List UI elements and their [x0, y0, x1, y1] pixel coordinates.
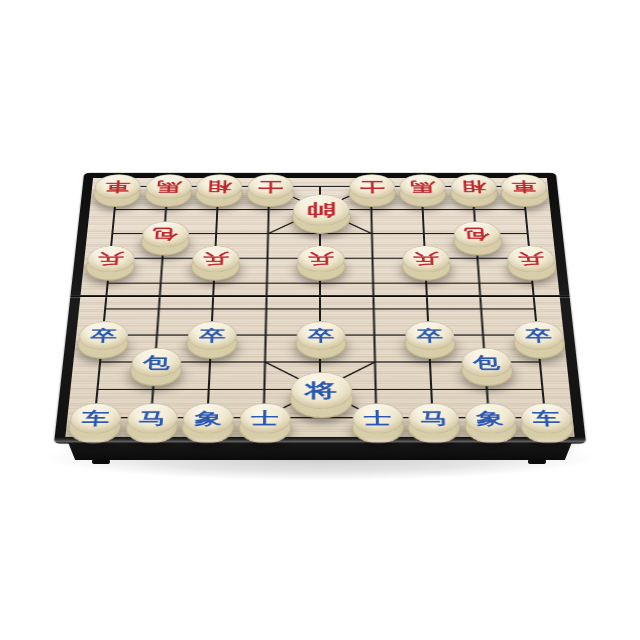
piece-blue-advisor-2[interactable]: 士: [352, 403, 403, 434]
piece-blue-soldier-1[interactable]: 卒: [78, 322, 129, 350]
piece-red-soldier-1[interactable]: 兵: [86, 246, 136, 273]
piece-glyph: 包: [142, 355, 170, 371]
piece-glyph: 士: [258, 180, 283, 193]
piece-glyph: 将: [305, 381, 337, 400]
piece-blue-cannon-2[interactable]: 包: [460, 348, 511, 377]
piece-glyph: 卒: [90, 328, 118, 343]
piece-glyph: 士: [359, 180, 384, 193]
piece-glyph: 兵: [518, 252, 545, 266]
piece-glyph: 卒: [525, 328, 553, 343]
piece-red-horse-1[interactable]: 馬: [145, 174, 192, 199]
piece-red-cannon-1[interactable]: 包: [141, 221, 189, 247]
piece-red-chariot-2[interactable]: 車: [500, 174, 548, 199]
piece-glyph: 象: [194, 410, 222, 427]
piece-red-soldier-5[interactable]: 兵: [506, 246, 556, 273]
piece-glyph: 包: [152, 227, 178, 241]
piece-glyph: 兵: [308, 252, 334, 266]
piece-glyph: 马: [138, 410, 167, 427]
fold-seam: [70, 295, 569, 297]
piece-glyph: 士: [251, 410, 279, 427]
piece-blue-advisor-1[interactable]: 士: [239, 403, 290, 434]
piece-glyph: 士: [364, 410, 392, 427]
piece-red-general-1[interactable]: 帥: [292, 195, 349, 226]
piece-glyph: 車: [105, 180, 131, 193]
piece-glyph: 卒: [308, 328, 335, 343]
piece-red-advisor-2[interactable]: 士: [349, 174, 395, 199]
piece-red-elephant-1[interactable]: 相: [196, 174, 243, 199]
piece-red-soldier-3[interactable]: 兵: [297, 246, 344, 273]
piece-red-elephant-2[interactable]: 相: [450, 174, 497, 199]
piece-glyph: 包: [464, 227, 490, 241]
piece-blue-elephant-1[interactable]: 象: [182, 403, 234, 434]
piece-glyph: 车: [81, 410, 110, 427]
piece-red-advisor-1[interactable]: 士: [247, 174, 293, 199]
piece-glyph: 相: [207, 180, 232, 193]
wood-surface: 車馬相士士馬相車帥包包兵兵兵兵兵卒卒卒卒卒包包将车马象士士马象车: [65, 178, 574, 437]
pieces-layer: 車馬相士士馬相車帥包包兵兵兵兵兵卒卒卒卒卒包包将车马象士士马象车: [65, 178, 574, 437]
piece-glyph: 卒: [199, 328, 226, 343]
product-photo: 車馬相士士馬相車帥包包兵兵兵兵兵卒卒卒卒卒包包将车马象士士马象车: [0, 0, 640, 640]
piece-glyph: 兵: [413, 252, 439, 266]
scene: 車馬相士士馬相車帥包包兵兵兵兵兵卒卒卒卒卒包包将车马象士士马象车: [70, 65, 570, 535]
piece-blue-soldier-2[interactable]: 卒: [187, 322, 237, 350]
piece-blue-elephant-2[interactable]: 象: [464, 403, 517, 434]
piece-glyph: 包: [472, 355, 500, 371]
piece-glyph: 馬: [156, 180, 182, 193]
piece-blue-soldier-3[interactable]: 卒: [296, 322, 345, 350]
piece-glyph: 马: [420, 410, 448, 427]
piece-glyph: 兵: [203, 252, 229, 266]
piece-glyph: 象: [476, 410, 505, 427]
piece-glyph: 車: [511, 180, 537, 193]
piece-red-chariot-1[interactable]: 車: [94, 174, 142, 199]
piece-blue-soldier-5[interactable]: 卒: [513, 322, 564, 350]
piece-blue-horse-1[interactable]: 马: [126, 403, 179, 434]
piece-glyph: 兵: [97, 252, 124, 266]
piece-blue-chariot-2[interactable]: 车: [520, 403, 573, 434]
piece-glyph: 帥: [306, 202, 336, 218]
piece-blue-horse-2[interactable]: 马: [408, 403, 460, 434]
piece-glyph: 车: [532, 410, 561, 427]
piece-glyph: 卒: [416, 328, 443, 343]
piece-blue-soldier-4[interactable]: 卒: [405, 322, 455, 350]
piece-blue-general-1[interactable]: 将: [290, 372, 352, 409]
piece-glyph: 相: [461, 180, 487, 193]
piece-red-horse-2[interactable]: 馬: [399, 174, 446, 199]
piece-red-cannon-2[interactable]: 包: [453, 221, 501, 247]
piece-blue-chariot-1[interactable]: 车: [69, 403, 122, 434]
board-frame: 車馬相士士馬相車帥包包兵兵兵兵兵卒卒卒卒卒包包将车马象士士马象车: [54, 173, 586, 444]
piece-glyph: 馬: [410, 180, 435, 193]
piece-red-soldier-4[interactable]: 兵: [402, 246, 450, 273]
piece-blue-cannon-1[interactable]: 包: [130, 348, 181, 377]
piece-red-soldier-2[interactable]: 兵: [192, 246, 240, 273]
